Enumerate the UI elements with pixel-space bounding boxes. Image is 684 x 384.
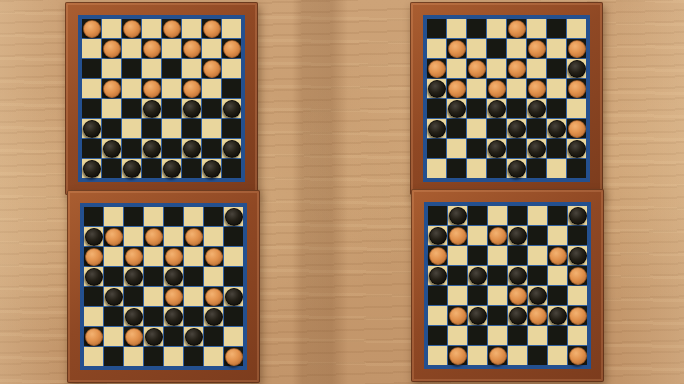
- square-bottom-left-r3c4[interactable]: [164, 267, 183, 286]
- square-bottom-left-r7c7[interactable]: [224, 347, 243, 366]
- square-top-right-r2c7[interactable]: [567, 59, 586, 78]
- square-top-right-r5c1[interactable]: [447, 119, 466, 138]
- square-top-right-r5c7[interactable]: [567, 119, 586, 138]
- square-top-left-r1c7[interactable]: [222, 39, 241, 58]
- square-bottom-left-r0c6[interactable]: [204, 207, 223, 226]
- black-checker[interactable]: [83, 160, 101, 178]
- square-bottom-right-r2c7[interactable]: [568, 246, 587, 265]
- square-top-left-r4c3[interactable]: [142, 99, 161, 118]
- square-bottom-right-r2c5[interactable]: [528, 246, 547, 265]
- square-bottom-left-r1c3[interactable]: [144, 227, 163, 246]
- black-checker[interactable]: [509, 307, 527, 325]
- black-checker[interactable]: [145, 328, 163, 346]
- square-bottom-left-r4c2[interactable]: [124, 287, 143, 306]
- square-top-right-r6c2[interactable]: [467, 139, 486, 158]
- square-top-right-r3c6[interactable]: [547, 79, 566, 98]
- black-checker[interactable]: [125, 308, 143, 326]
- square-bottom-right-r4c1[interactable]: [448, 286, 467, 305]
- square-top-left-r6c2[interactable]: [122, 139, 141, 158]
- square-top-left-r4c4[interactable]: [162, 99, 181, 118]
- orange-checker[interactable]: [143, 40, 161, 58]
- square-top-right-r3c1[interactable]: [447, 79, 466, 98]
- square-bottom-right-r5c3[interactable]: [488, 306, 507, 325]
- square-bottom-right-r0c6[interactable]: [548, 206, 567, 225]
- square-bottom-left-r6c0[interactable]: [84, 327, 103, 346]
- black-checker[interactable]: [508, 160, 526, 178]
- square-top-left-r4c1[interactable]: [102, 99, 121, 118]
- black-checker[interactable]: [568, 60, 586, 78]
- square-top-left-r1c3[interactable]: [142, 39, 161, 58]
- orange-checker[interactable]: [125, 328, 143, 346]
- square-top-left-r5c2[interactable]: [122, 119, 141, 138]
- black-checker[interactable]: [488, 100, 506, 118]
- square-bottom-right-r7c7[interactable]: [568, 346, 587, 365]
- square-top-right-r0c0[interactable]: [427, 19, 446, 38]
- black-checker[interactable]: [143, 140, 161, 158]
- square-top-left-r7c7[interactable]: [222, 159, 241, 178]
- square-top-right-r0c6[interactable]: [547, 19, 566, 38]
- orange-checker[interactable]: [429, 247, 447, 265]
- orange-checker[interactable]: [225, 348, 243, 366]
- black-checker[interactable]: [549, 307, 567, 325]
- orange-checker[interactable]: [143, 80, 161, 98]
- square-bottom-right-r1c6[interactable]: [548, 226, 567, 245]
- black-checker[interactable]: [125, 268, 143, 286]
- square-top-left-r1c4[interactable]: [162, 39, 181, 58]
- square-top-right-r7c4[interactable]: [507, 159, 526, 178]
- square-bottom-left-r1c2[interactable]: [124, 227, 143, 246]
- square-top-left-r5c0[interactable]: [82, 119, 101, 138]
- square-top-right-r4c4[interactable]: [507, 99, 526, 118]
- square-bottom-left-r2c3[interactable]: [144, 247, 163, 266]
- square-bottom-left-r0c4[interactable]: [164, 207, 183, 226]
- square-bottom-left-r2c1[interactable]: [104, 247, 123, 266]
- square-bottom-left-r0c1[interactable]: [104, 207, 123, 226]
- black-checker[interactable]: [225, 208, 243, 226]
- square-top-right-r7c3[interactable]: [487, 159, 506, 178]
- square-bottom-right-r1c4[interactable]: [508, 226, 527, 245]
- black-checker[interactable]: [448, 100, 466, 118]
- orange-checker[interactable]: [145, 228, 163, 246]
- square-top-left-r0c7[interactable]: [222, 19, 241, 38]
- square-bottom-left-r2c7[interactable]: [224, 247, 243, 266]
- square-top-right-r7c1[interactable]: [447, 159, 466, 178]
- square-bottom-right-r6c4[interactable]: [508, 326, 527, 345]
- orange-checker[interactable]: [449, 347, 467, 365]
- black-checker[interactable]: [165, 268, 183, 286]
- square-bottom-right-r1c1[interactable]: [448, 226, 467, 245]
- orange-checker[interactable]: [103, 40, 121, 58]
- square-bottom-left-r2c4[interactable]: [164, 247, 183, 266]
- black-checker[interactable]: [569, 207, 587, 225]
- square-bottom-right-r6c6[interactable]: [548, 326, 567, 345]
- square-bottom-left-r1c1[interactable]: [104, 227, 123, 246]
- square-top-right-r4c6[interactable]: [547, 99, 566, 118]
- square-top-right-r2c2[interactable]: [467, 59, 486, 78]
- square-top-left-r5c7[interactable]: [222, 119, 241, 138]
- black-checker[interactable]: [428, 120, 446, 138]
- square-bottom-left-r4c0[interactable]: [84, 287, 103, 306]
- square-bottom-right-r4c6[interactable]: [548, 286, 567, 305]
- square-top-left-r3c4[interactable]: [162, 79, 181, 98]
- orange-checker[interactable]: [449, 307, 467, 325]
- square-top-right-r4c2[interactable]: [467, 99, 486, 118]
- black-checker[interactable]: [528, 100, 546, 118]
- square-top-left-r3c3[interactable]: [142, 79, 161, 98]
- orange-checker[interactable]: [568, 40, 586, 58]
- square-bottom-left-r6c5[interactable]: [184, 327, 203, 346]
- square-top-left-r4c5[interactable]: [182, 99, 201, 118]
- square-top-left-r7c6[interactable]: [202, 159, 221, 178]
- square-bottom-left-r5c0[interactable]: [84, 307, 103, 326]
- square-bottom-left-r2c5[interactable]: [184, 247, 203, 266]
- square-bottom-left-r0c5[interactable]: [184, 207, 203, 226]
- square-bottom-right-r7c6[interactable]: [548, 346, 567, 365]
- orange-checker[interactable]: [183, 40, 201, 58]
- square-top-left-r2c7[interactable]: [222, 59, 241, 78]
- orange-checker[interactable]: [105, 228, 123, 246]
- orange-checker[interactable]: [223, 40, 241, 58]
- square-top-left-r7c1[interactable]: [102, 159, 121, 178]
- square-bottom-left-r0c2[interactable]: [124, 207, 143, 226]
- square-bottom-left-r3c5[interactable]: [184, 267, 203, 286]
- square-bottom-right-r7c2[interactable]: [468, 346, 487, 365]
- square-top-left-r1c1[interactable]: [102, 39, 121, 58]
- black-checker[interactable]: [548, 120, 566, 138]
- square-bottom-right-r3c7[interactable]: [568, 266, 587, 285]
- square-top-left-r1c0[interactable]: [82, 39, 101, 58]
- square-bottom-right-r0c5[interactable]: [528, 206, 547, 225]
- square-top-left-r6c1[interactable]: [102, 139, 121, 158]
- square-top-right-r5c0[interactable]: [427, 119, 446, 138]
- square-bottom-right-r7c3[interactable]: [488, 346, 507, 365]
- square-bottom-right-r4c4[interactable]: [508, 286, 527, 305]
- square-bottom-left-r5c3[interactable]: [144, 307, 163, 326]
- square-top-right-r6c3[interactable]: [487, 139, 506, 158]
- square-bottom-right-r5c0[interactable]: [428, 306, 447, 325]
- square-top-right-r2c3[interactable]: [487, 59, 506, 78]
- square-top-left-r3c1[interactable]: [102, 79, 121, 98]
- black-checker[interactable]: [123, 160, 141, 178]
- square-bottom-left-r2c6[interactable]: [204, 247, 223, 266]
- square-bottom-right-r2c4[interactable]: [508, 246, 527, 265]
- square-top-right-r1c4[interactable]: [507, 39, 526, 58]
- square-bottom-left-r6c6[interactable]: [204, 327, 223, 346]
- square-bottom-right-r5c5[interactable]: [528, 306, 547, 325]
- square-top-right-r4c3[interactable]: [487, 99, 506, 118]
- square-top-left-r5c4[interactable]: [162, 119, 181, 138]
- square-bottom-right-r0c2[interactable]: [468, 206, 487, 225]
- square-top-right-r2c0[interactable]: [427, 59, 446, 78]
- square-bottom-left-r0c0[interactable]: [84, 207, 103, 226]
- square-bottom-left-r7c2[interactable]: [124, 347, 143, 366]
- square-top-left-r6c3[interactable]: [142, 139, 161, 158]
- square-bottom-left-r3c6[interactable]: [204, 267, 223, 286]
- square-top-left-r6c4[interactable]: [162, 139, 181, 158]
- square-bottom-right-r0c3[interactable]: [488, 206, 507, 225]
- square-bottom-left-r7c1[interactable]: [104, 347, 123, 366]
- square-top-right-r2c4[interactable]: [507, 59, 526, 78]
- square-bottom-left-r3c0[interactable]: [84, 267, 103, 286]
- square-top-left-r4c7[interactable]: [222, 99, 241, 118]
- square-top-right-r5c6[interactable]: [547, 119, 566, 138]
- orange-checker[interactable]: [163, 20, 181, 38]
- square-top-right-r1c3[interactable]: [487, 39, 506, 58]
- square-bottom-left-r7c6[interactable]: [204, 347, 223, 366]
- square-bottom-right-r4c3[interactable]: [488, 286, 507, 305]
- orange-checker[interactable]: [205, 288, 223, 306]
- square-bottom-left-r7c4[interactable]: [164, 347, 183, 366]
- square-top-left-r5c1[interactable]: [102, 119, 121, 138]
- black-checker[interactable]: [205, 308, 223, 326]
- orange-checker[interactable]: [508, 20, 526, 38]
- orange-checker[interactable]: [428, 60, 446, 78]
- square-bottom-left-r3c7[interactable]: [224, 267, 243, 286]
- orange-checker[interactable]: [125, 248, 143, 266]
- square-bottom-left-r5c2[interactable]: [124, 307, 143, 326]
- orange-checker[interactable]: [165, 288, 183, 306]
- black-checker[interactable]: [509, 267, 527, 285]
- square-top-left-r7c4[interactable]: [162, 159, 181, 178]
- square-top-right-r3c3[interactable]: [487, 79, 506, 98]
- orange-checker[interactable]: [83, 20, 101, 38]
- square-bottom-left-r6c7[interactable]: [224, 327, 243, 346]
- square-top-left-r6c7[interactable]: [222, 139, 241, 158]
- square-top-right-r1c1[interactable]: [447, 39, 466, 58]
- square-top-right-r3c0[interactable]: [427, 79, 446, 98]
- square-top-right-r4c1[interactable]: [447, 99, 466, 118]
- square-bottom-right-r5c4[interactable]: [508, 306, 527, 325]
- square-top-left-r5c3[interactable]: [142, 119, 161, 138]
- square-top-right-r2c6[interactable]: [547, 59, 566, 78]
- orange-checker[interactable]: [123, 20, 141, 38]
- square-top-right-r0c5[interactable]: [527, 19, 546, 38]
- square-top-right-r1c2[interactable]: [467, 39, 486, 58]
- square-top-left-r7c2[interactable]: [122, 159, 141, 178]
- square-bottom-right-r5c6[interactable]: [548, 306, 567, 325]
- square-top-left-r3c5[interactable]: [182, 79, 201, 98]
- square-top-right-r3c5[interactable]: [527, 79, 546, 98]
- square-bottom-left-r4c1[interactable]: [104, 287, 123, 306]
- square-top-right-r4c5[interactable]: [527, 99, 546, 118]
- orange-checker[interactable]: [549, 247, 567, 265]
- square-bottom-right-r7c1[interactable]: [448, 346, 467, 365]
- orange-checker[interactable]: [183, 80, 201, 98]
- square-top-left-r1c5[interactable]: [182, 39, 201, 58]
- square-top-right-r1c7[interactable]: [567, 39, 586, 58]
- square-bottom-right-r4c5[interactable]: [528, 286, 547, 305]
- square-top-right-r7c7[interactable]: [567, 159, 586, 178]
- black-checker[interactable]: [223, 100, 241, 118]
- square-bottom-right-r5c2[interactable]: [468, 306, 487, 325]
- square-bottom-right-r4c2[interactable]: [468, 286, 487, 305]
- square-top-right-r6c7[interactable]: [567, 139, 586, 158]
- black-checker[interactable]: [105, 288, 123, 306]
- square-bottom-left-r1c7[interactable]: [224, 227, 243, 246]
- orange-checker[interactable]: [528, 40, 546, 58]
- square-top-left-r1c6[interactable]: [202, 39, 221, 58]
- square-top-left-r1c2[interactable]: [122, 39, 141, 58]
- square-top-right-r6c4[interactable]: [507, 139, 526, 158]
- square-bottom-left-r5c7[interactable]: [224, 307, 243, 326]
- square-top-left-r5c5[interactable]: [182, 119, 201, 138]
- square-top-right-r0c2[interactable]: [467, 19, 486, 38]
- square-bottom-left-r7c5[interactable]: [184, 347, 203, 366]
- black-checker[interactable]: [225, 288, 243, 306]
- square-top-right-r0c1[interactable]: [447, 19, 466, 38]
- square-top-left-r4c6[interactable]: [202, 99, 221, 118]
- square-top-right-r2c5[interactable]: [527, 59, 546, 78]
- square-bottom-left-r7c3[interactable]: [144, 347, 163, 366]
- square-top-right-r2c1[interactable]: [447, 59, 466, 78]
- square-bottom-right-r3c2[interactable]: [468, 266, 487, 285]
- black-checker[interactable]: [185, 328, 203, 346]
- square-bottom-right-r6c0[interactable]: [428, 326, 447, 345]
- square-top-left-r4c0[interactable]: [82, 99, 101, 118]
- square-bottom-left-r7c0[interactable]: [84, 347, 103, 366]
- square-bottom-left-r0c7[interactable]: [224, 207, 243, 226]
- square-bottom-right-r7c4[interactable]: [508, 346, 527, 365]
- orange-checker[interactable]: [85, 328, 103, 346]
- square-bottom-left-r2c2[interactable]: [124, 247, 143, 266]
- orange-checker[interactable]: [203, 60, 221, 78]
- square-top-left-r3c7[interactable]: [222, 79, 241, 98]
- square-bottom-left-r1c0[interactable]: [84, 227, 103, 246]
- square-top-right-r1c0[interactable]: [427, 39, 446, 58]
- square-top-left-r2c2[interactable]: [122, 59, 141, 78]
- square-top-left-r2c1[interactable]: [102, 59, 121, 78]
- square-top-right-r4c7[interactable]: [567, 99, 586, 118]
- square-top-left-r0c1[interactable]: [102, 19, 121, 38]
- square-top-right-r0c7[interactable]: [567, 19, 586, 38]
- square-top-left-r0c5[interactable]: [182, 19, 201, 38]
- square-top-left-r2c4[interactable]: [162, 59, 181, 78]
- black-checker[interactable]: [568, 140, 586, 158]
- square-top-right-r7c6[interactable]: [547, 159, 566, 178]
- black-checker[interactable]: [429, 227, 447, 245]
- square-top-right-r1c5[interactable]: [527, 39, 546, 58]
- square-bottom-right-r1c7[interactable]: [568, 226, 587, 245]
- orange-checker[interactable]: [448, 40, 466, 58]
- black-checker[interactable]: [83, 120, 101, 138]
- orange-checker[interactable]: [185, 228, 203, 246]
- square-bottom-right-r2c0[interactable]: [428, 246, 447, 265]
- square-bottom-left-r5c5[interactable]: [184, 307, 203, 326]
- orange-checker[interactable]: [568, 120, 586, 138]
- orange-checker[interactable]: [569, 347, 587, 365]
- square-bottom-left-r6c2[interactable]: [124, 327, 143, 346]
- square-top-right-r4c0[interactable]: [427, 99, 446, 118]
- square-top-left-r6c6[interactable]: [202, 139, 221, 158]
- black-checker[interactable]: [488, 140, 506, 158]
- square-bottom-right-r6c5[interactable]: [528, 326, 547, 345]
- orange-checker[interactable]: [509, 287, 527, 305]
- square-bottom-right-r3c5[interactable]: [528, 266, 547, 285]
- orange-checker[interactable]: [205, 248, 223, 266]
- square-top-right-r5c3[interactable]: [487, 119, 506, 138]
- square-bottom-right-r6c7[interactable]: [568, 326, 587, 345]
- square-bottom-right-r0c7[interactable]: [568, 206, 587, 225]
- orange-checker[interactable]: [488, 80, 506, 98]
- square-top-left-r2c6[interactable]: [202, 59, 221, 78]
- square-bottom-right-r4c0[interactable]: [428, 286, 447, 305]
- square-bottom-left-r6c3[interactable]: [144, 327, 163, 346]
- square-top-right-r6c1[interactable]: [447, 139, 466, 158]
- square-bottom-left-r1c6[interactable]: [204, 227, 223, 246]
- black-checker[interactable]: [528, 140, 546, 158]
- square-bottom-left-r1c4[interactable]: [164, 227, 183, 246]
- orange-checker[interactable]: [489, 227, 507, 245]
- square-bottom-right-r6c2[interactable]: [468, 326, 487, 345]
- black-checker[interactable]: [103, 140, 121, 158]
- square-bottom-left-r6c1[interactable]: [104, 327, 123, 346]
- square-bottom-right-r2c1[interactable]: [448, 246, 467, 265]
- square-top-left-r0c0[interactable]: [82, 19, 101, 38]
- square-bottom-left-r5c1[interactable]: [104, 307, 123, 326]
- square-bottom-right-r7c0[interactable]: [428, 346, 447, 365]
- black-checker[interactable]: [183, 140, 201, 158]
- square-top-left-r7c5[interactable]: [182, 159, 201, 178]
- square-top-left-r2c3[interactable]: [142, 59, 161, 78]
- square-bottom-right-r3c0[interactable]: [428, 266, 447, 285]
- square-top-left-r5c6[interactable]: [202, 119, 221, 138]
- orange-checker[interactable]: [448, 80, 466, 98]
- square-top-left-r0c3[interactable]: [142, 19, 161, 38]
- square-bottom-left-r1c5[interactable]: [184, 227, 203, 246]
- square-top-right-r1c6[interactable]: [547, 39, 566, 58]
- square-bottom-right-r0c1[interactable]: [448, 206, 467, 225]
- orange-checker[interactable]: [489, 347, 507, 365]
- square-bottom-left-r0c3[interactable]: [144, 207, 163, 226]
- square-top-right-r5c4[interactable]: [507, 119, 526, 138]
- black-checker[interactable]: [469, 307, 487, 325]
- orange-checker[interactable]: [103, 80, 121, 98]
- black-checker[interactable]: [143, 100, 161, 118]
- square-top-right-r5c2[interactable]: [467, 119, 486, 138]
- square-bottom-left-r3c3[interactable]: [144, 267, 163, 286]
- square-top-right-r7c2[interactable]: [467, 159, 486, 178]
- square-top-left-r7c0[interactable]: [82, 159, 101, 178]
- square-bottom-right-r0c0[interactable]: [428, 206, 447, 225]
- square-bottom-left-r4c5[interactable]: [184, 287, 203, 306]
- orange-checker[interactable]: [528, 80, 546, 98]
- square-bottom-left-r5c4[interactable]: [164, 307, 183, 326]
- square-top-right-r6c0[interactable]: [427, 139, 446, 158]
- square-bottom-right-r6c1[interactable]: [448, 326, 467, 345]
- square-top-left-r0c6[interactable]: [202, 19, 221, 38]
- square-bottom-right-r3c4[interactable]: [508, 266, 527, 285]
- square-top-left-r2c0[interactable]: [82, 59, 101, 78]
- square-top-left-r6c5[interactable]: [182, 139, 201, 158]
- square-bottom-right-r1c3[interactable]: [488, 226, 507, 245]
- square-top-left-r2c5[interactable]: [182, 59, 201, 78]
- black-checker[interactable]: [183, 100, 201, 118]
- orange-checker[interactable]: [568, 80, 586, 98]
- square-bottom-left-r3c1[interactable]: [104, 267, 123, 286]
- square-top-left-r3c2[interactable]: [122, 79, 141, 98]
- black-checker[interactable]: [469, 267, 487, 285]
- square-top-right-r7c5[interactable]: [527, 159, 546, 178]
- square-top-left-r0c2[interactable]: [122, 19, 141, 38]
- square-bottom-right-r3c3[interactable]: [488, 266, 507, 285]
- square-top-right-r6c6[interactable]: [547, 139, 566, 158]
- black-checker[interactable]: [449, 207, 467, 225]
- square-top-right-r3c4[interactable]: [507, 79, 526, 98]
- square-bottom-right-r2c3[interactable]: [488, 246, 507, 265]
- black-checker[interactable]: [508, 120, 526, 138]
- square-bottom-right-r4c7[interactable]: [568, 286, 587, 305]
- square-top-left-r3c6[interactable]: [202, 79, 221, 98]
